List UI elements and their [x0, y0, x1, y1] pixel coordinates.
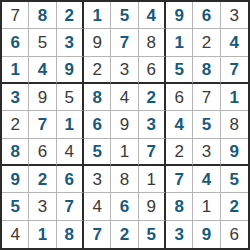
- entered-digit: 8: [10, 143, 19, 160]
- entered-digit: 9: [230, 143, 239, 160]
- entered-digit: 9: [65, 61, 74, 78]
- sudoku-cell-r4c2[interactable]: 9: [29, 84, 56, 111]
- sudoku-cell-r5c2[interactable]: 7: [29, 111, 56, 138]
- given-digit: 9: [92, 34, 101, 51]
- sudoku-cell-r3c1[interactable]: 1: [2, 57, 29, 84]
- sudoku-cell-r1c8[interactable]: 6: [193, 2, 220, 29]
- sudoku-cell-r9c1[interactable]: 4: [2, 221, 29, 248]
- entered-digit: 6: [65, 171, 74, 188]
- entered-digit: 4: [38, 61, 47, 78]
- given-digit: 5: [65, 89, 74, 106]
- sudoku-cell-r1c5[interactable]: 5: [111, 2, 138, 29]
- sudoku-cell-r2c3[interactable]: 3: [57, 29, 84, 56]
- given-digit: 2: [174, 143, 183, 160]
- entered-digit: 1: [10, 61, 19, 78]
- sudoku-cell-r1c9[interactable]: 3: [221, 2, 248, 29]
- sudoku-cell-r4c6[interactable]: 2: [139, 84, 166, 111]
- entered-digit: 5: [174, 61, 183, 78]
- entered-digit: 5: [120, 7, 129, 24]
- given-digit: 3: [120, 61, 129, 78]
- sudoku-cell-r3c6[interactable]: 6: [139, 57, 166, 84]
- sudoku-cell-r6c1[interactable]: 8: [2, 139, 29, 166]
- entered-digit: 6: [92, 116, 101, 133]
- entered-digit: 7: [65, 198, 74, 215]
- entered-digit: 1: [230, 89, 239, 106]
- given-digit: 6: [38, 143, 47, 160]
- given-digit: 9: [120, 116, 129, 133]
- sudoku-cell-r5c7[interactable]: 4: [166, 111, 193, 138]
- sudoku-cell-r6c6[interactable]: 7: [139, 139, 166, 166]
- given-digit: 6: [230, 226, 239, 243]
- entered-digit: 5: [92, 143, 101, 160]
- sudoku-cell-r2c2[interactable]: 5: [29, 29, 56, 56]
- entered-digit: 7: [230, 61, 239, 78]
- sudoku-cell-r6c2[interactable]: 6: [29, 139, 56, 166]
- given-digit: 7: [10, 7, 19, 24]
- sudoku-cell-r3c5[interactable]: 3: [111, 57, 138, 84]
- sudoku-cell-r8c3[interactable]: 7: [57, 193, 84, 220]
- given-digit: 1: [147, 171, 156, 188]
- sudoku-cell-r8c1[interactable]: 5: [2, 193, 29, 220]
- sudoku-cell-r2c9[interactable]: 4: [221, 29, 248, 56]
- given-digit: 1: [120, 143, 129, 160]
- given-digit: 5: [38, 34, 47, 51]
- entered-digit: 5: [10, 198, 19, 215]
- sudoku-cell-r3c2[interactable]: 4: [29, 57, 56, 84]
- entered-digit: 1: [92, 7, 101, 24]
- given-digit: 6: [147, 61, 156, 78]
- entered-digit: 8: [38, 7, 47, 24]
- given-digit: 3: [92, 171, 101, 188]
- given-digit: 3: [230, 7, 239, 24]
- sudoku-cell-r3c4[interactable]: 2: [84, 57, 111, 84]
- sudoku-cell-r1c2[interactable]: 8: [29, 2, 56, 29]
- entered-digit: 9: [174, 7, 183, 24]
- given-digit: 3: [202, 143, 211, 160]
- sudoku-cell-r5c4[interactable]: 6: [84, 111, 111, 138]
- sudoku-cell-r2c7[interactable]: 1: [166, 29, 193, 56]
- given-digit: 6: [174, 89, 183, 106]
- entered-digit: 8: [92, 89, 101, 106]
- entered-digit: 8: [202, 61, 211, 78]
- entered-digit: 5: [202, 116, 211, 133]
- given-digit: 1: [202, 198, 211, 215]
- sudoku-cell-r4c4[interactable]: 8: [84, 84, 111, 111]
- sudoku-cell-r2c5[interactable]: 7: [111, 29, 138, 56]
- entered-digit: 2: [147, 89, 156, 106]
- sudoku-cell-r1c7[interactable]: 9: [166, 2, 193, 29]
- entered-digit: 5: [230, 171, 239, 188]
- sudoku-board: 7821549636539781241492365873958426712716…: [0, 0, 250, 250]
- sudoku-cell-r4c8[interactable]: 7: [193, 84, 220, 111]
- sudoku-cell-r7c3[interactable]: 6: [57, 166, 84, 193]
- entered-digit: 9: [202, 226, 211, 243]
- sudoku-cell-r8c4[interactable]: 4: [84, 193, 111, 220]
- sudoku-cell-r7c6[interactable]: 1: [139, 166, 166, 193]
- given-digit: 9: [38, 89, 47, 106]
- sudoku-cell-r3c3[interactable]: 9: [57, 57, 84, 84]
- entered-digit: 6: [10, 34, 19, 51]
- given-digit: 4: [65, 143, 74, 160]
- sudoku-cell-r8c7[interactable]: 8: [166, 193, 193, 220]
- entered-digit: 6: [120, 198, 129, 215]
- entered-digit: 5: [147, 226, 156, 243]
- sudoku-cell-r9c4[interactable]: 7: [84, 221, 111, 248]
- sudoku-cell-r5c9[interactable]: 8: [221, 111, 248, 138]
- sudoku-cell-r9c7[interactable]: 3: [166, 221, 193, 248]
- sudoku-cell-r8c5[interactable]: 6: [111, 193, 138, 220]
- sudoku-cell-r7c9[interactable]: 5: [221, 166, 248, 193]
- sudoku-cell-r2c4[interactable]: 9: [84, 29, 111, 56]
- entered-digit: 6: [202, 7, 211, 24]
- sudoku-cell-r4c9[interactable]: 1: [221, 84, 248, 111]
- entered-digit: 7: [92, 226, 101, 243]
- sudoku-cell-r6c4[interactable]: 5: [84, 139, 111, 166]
- entered-digit: 7: [174, 171, 183, 188]
- sudoku-cell-r9c2[interactable]: 1: [29, 221, 56, 248]
- sudoku-cell-r4c7[interactable]: 6: [166, 84, 193, 111]
- sudoku-cell-r1c4[interactable]: 1: [84, 2, 111, 29]
- given-digit: 3: [38, 198, 47, 215]
- given-digit: 2: [92, 61, 101, 78]
- entered-digit: 9: [10, 171, 19, 188]
- sudoku-cell-r7c4[interactable]: 3: [84, 166, 111, 193]
- given-digit: 9: [147, 198, 156, 215]
- given-digit: 4: [10, 226, 19, 243]
- given-digit: 8: [147, 34, 156, 51]
- sudoku-cell-r9c9[interactable]: 6: [221, 221, 248, 248]
- sudoku-cell-r5c6[interactable]: 3: [139, 111, 166, 138]
- sudoku-cell-r3c8[interactable]: 8: [193, 57, 220, 84]
- sudoku-cell-r2c8[interactable]: 2: [193, 29, 220, 56]
- entered-digit: 1: [65, 116, 74, 133]
- entered-digit: 3: [147, 116, 156, 133]
- given-digit: 8: [230, 116, 239, 133]
- sudoku-cell-r1c6[interactable]: 4: [139, 2, 166, 29]
- sudoku-cell-r7c1[interactable]: 9: [2, 166, 29, 193]
- sudoku-cell-r5c1[interactable]: 2: [2, 111, 29, 138]
- sudoku-cell-r9c8[interactable]: 9: [193, 221, 220, 248]
- entered-digit: 2: [65, 7, 74, 24]
- entered-digit: 4: [174, 116, 183, 133]
- sudoku-cell-r3c7[interactable]: 5: [166, 57, 193, 84]
- sudoku-cell-r8c8[interactable]: 1: [193, 193, 220, 220]
- sudoku-cell-r2c1[interactable]: 6: [2, 29, 29, 56]
- entered-digit: 1: [38, 226, 47, 243]
- given-digit: 4: [92, 198, 101, 215]
- sudoku-cell-r6c8[interactable]: 3: [193, 139, 220, 166]
- sudoku-cell-r3c9[interactable]: 7: [221, 57, 248, 84]
- sudoku-cell-r7c2[interactable]: 2: [29, 166, 56, 193]
- sudoku-cell-r4c3[interactable]: 5: [57, 84, 84, 111]
- entered-digit: 3: [174, 226, 183, 243]
- entered-digit: 8: [174, 198, 183, 215]
- entered-digit: 2: [230, 198, 239, 215]
- sudoku-cell-r7c5[interactable]: 8: [111, 166, 138, 193]
- entered-digit: 2: [38, 171, 47, 188]
- sudoku-cell-r9c3[interactable]: 8: [57, 221, 84, 248]
- given-digit: 2: [202, 34, 211, 51]
- sudoku-cell-r1c1[interactable]: 7: [2, 2, 29, 29]
- sudoku-cell-r9c6[interactable]: 5: [139, 221, 166, 248]
- sudoku-cell-r7c8[interactable]: 4: [193, 166, 220, 193]
- sudoku-cell-r6c9[interactable]: 9: [221, 139, 248, 166]
- entered-digit: 4: [230, 34, 239, 51]
- sudoku-cell-r6c7[interactable]: 2: [166, 139, 193, 166]
- sudoku-cell-r8c2[interactable]: 3: [29, 193, 56, 220]
- sudoku-cell-r6c5[interactable]: 1: [111, 139, 138, 166]
- sudoku-cell-r7c7[interactable]: 7: [166, 166, 193, 193]
- entered-digit: 8: [65, 226, 74, 243]
- sudoku-cell-r8c9[interactable]: 2: [221, 193, 248, 220]
- entered-digit: 3: [65, 34, 74, 51]
- entered-digit: 7: [120, 34, 129, 51]
- sudoku-cell-r4c1[interactable]: 3: [2, 84, 29, 111]
- sudoku-cell-r2c6[interactable]: 8: [139, 29, 166, 56]
- entered-digit: 4: [202, 171, 211, 188]
- sudoku-cell-r8c6[interactable]: 9: [139, 193, 166, 220]
- given-digit: 8: [120, 171, 129, 188]
- given-digit: 2: [10, 116, 19, 133]
- entered-digit: 7: [147, 143, 156, 160]
- entered-digit: 4: [147, 7, 156, 24]
- sudoku-cell-r9c5[interactable]: 2: [111, 221, 138, 248]
- given-digit: 7: [202, 89, 211, 106]
- entered-digit: 3: [10, 89, 19, 106]
- entered-digit: 1: [174, 34, 183, 51]
- sudoku-cell-r5c5[interactable]: 9: [111, 111, 138, 138]
- sudoku-cell-r1c3[interactable]: 2: [57, 2, 84, 29]
- sudoku-cell-r6c3[interactable]: 4: [57, 139, 84, 166]
- sudoku-cell-r4c5[interactable]: 4: [111, 84, 138, 111]
- entered-digit: 2: [120, 226, 129, 243]
- sudoku-cell-r5c3[interactable]: 1: [57, 111, 84, 138]
- sudoku-cell-r5c8[interactable]: 5: [193, 111, 220, 138]
- given-digit: 4: [120, 89, 129, 106]
- entered-digit: 7: [38, 116, 47, 133]
